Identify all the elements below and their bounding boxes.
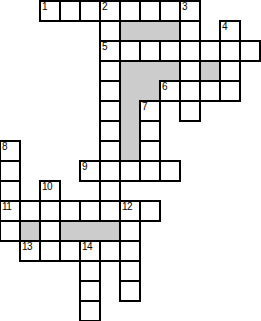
- clue-number-8: 8: [2, 142, 7, 152]
- cell-r3-c11[interactable]: [220, 61, 240, 81]
- clue-number-7: 7: [142, 102, 147, 112]
- shaded-cell-r6-c6[interactable]: [120, 121, 140, 141]
- cell-r0-c5[interactable]: 2: [100, 1, 120, 21]
- shaded-cell-r4-c7[interactable]: [140, 81, 160, 101]
- clue-number-5: 5: [102, 42, 107, 52]
- cell-r12-c1[interactable]: 13: [20, 241, 40, 261]
- cell-r2-c6[interactable]: [120, 41, 140, 61]
- shaded-cell-r3-c7[interactable]: [140, 61, 160, 81]
- cell-r0-c2[interactable]: 1: [40, 1, 60, 21]
- cell-r8-c5[interactable]: [100, 161, 120, 181]
- cell-r8-c0[interactable]: [0, 161, 20, 181]
- cell-r8-c7[interactable]: [140, 161, 160, 181]
- shaded-cell-r11-c1[interactable]: [20, 221, 40, 241]
- shaded-cell-r7-c6[interactable]: [120, 141, 140, 161]
- cell-r12-c4[interactable]: 14: [80, 241, 100, 261]
- cell-r0-c9[interactable]: 3: [180, 1, 200, 21]
- cell-r5-c7[interactable]: 7: [140, 101, 160, 121]
- cell-r2-c9[interactable]: [180, 41, 200, 61]
- clue-number-13: 13: [22, 242, 32, 252]
- cell-r5-c9[interactable]: [180, 101, 200, 121]
- cell-r4-c5[interactable]: [100, 81, 120, 101]
- clue-number-4: 4: [222, 22, 227, 32]
- cell-r12-c2[interactable]: [40, 241, 60, 261]
- shaded-cell-r5-c6[interactable]: [120, 101, 140, 121]
- cell-r0-c6[interactable]: [120, 1, 140, 21]
- clue-number-9: 9: [82, 162, 87, 172]
- cell-r2-c8[interactable]: [160, 41, 180, 61]
- cell-r6-c5[interactable]: [100, 121, 120, 141]
- cell-r11-c2[interactable]: [40, 221, 60, 241]
- cell-r4-c10[interactable]: [200, 81, 220, 101]
- cell-r9-c2[interactable]: 10: [40, 181, 60, 201]
- cell-r1-c5[interactable]: [100, 21, 120, 41]
- cell-r4-c11[interactable]: [220, 81, 240, 101]
- cell-r0-c7[interactable]: [140, 1, 160, 21]
- cell-r10-c0[interactable]: 11: [0, 201, 20, 221]
- cell-r5-c5[interactable]: [100, 101, 120, 121]
- cell-r10-c2[interactable]: [40, 201, 60, 221]
- cell-r0-c4[interactable]: [80, 1, 100, 21]
- cell-r4-c8[interactable]: 6: [160, 81, 180, 101]
- cell-r1-c9[interactable]: [180, 21, 200, 41]
- cell-r2-c12[interactable]: [240, 41, 260, 61]
- cell-r12-c5[interactable]: [100, 241, 120, 261]
- cell-r10-c1[interactable]: [20, 201, 40, 221]
- cell-r1-c11[interactable]: 4: [220, 21, 240, 41]
- clue-number-11: 11: [2, 202, 11, 212]
- shaded-cell-r11-c5[interactable]: [100, 221, 120, 241]
- clue-number-3: 3: [182, 2, 187, 12]
- cell-r2-c7[interactable]: [140, 41, 160, 61]
- shaded-cell-r3-c6[interactable]: [120, 61, 140, 81]
- cell-r13-c4[interactable]: [80, 261, 100, 281]
- clue-number-12: 12: [122, 202, 132, 212]
- cell-r8-c6[interactable]: [120, 161, 140, 181]
- cell-r14-c4[interactable]: [80, 281, 100, 301]
- cell-r4-c9[interactable]: [180, 81, 200, 101]
- cell-r14-c6[interactable]: [120, 281, 140, 301]
- cell-r0-c8[interactable]: [160, 1, 180, 21]
- cell-r11-c6[interactable]: [120, 221, 140, 241]
- clue-number-14: 14: [82, 242, 92, 252]
- cell-r6-c7[interactable]: [140, 121, 160, 141]
- cell-r9-c0[interactable]: [0, 181, 20, 201]
- cell-r10-c5[interactable]: [100, 201, 120, 221]
- cell-r13-c6[interactable]: [120, 261, 140, 281]
- cell-r8-c8[interactable]: [160, 161, 180, 181]
- cell-r10-c3[interactable]: [60, 201, 80, 221]
- cell-r11-c0[interactable]: [0, 221, 20, 241]
- clue-number-6: 6: [162, 82, 167, 92]
- shaded-cell-r4-c6[interactable]: [120, 81, 140, 101]
- cell-r2-c11[interactable]: [220, 41, 240, 61]
- crossword-board: 1234567891011121314: [0, 0, 261, 321]
- cell-r7-c0[interactable]: 8: [0, 141, 20, 161]
- shaded-cell-r11-c4[interactable]: [80, 221, 100, 241]
- cell-r9-c5[interactable]: [100, 181, 120, 201]
- clue-number-1: 1: [42, 2, 47, 12]
- cell-r10-c7[interactable]: [140, 201, 160, 221]
- cell-r3-c5[interactable]: [100, 61, 120, 81]
- cell-r10-c6[interactable]: 12: [120, 201, 140, 221]
- shaded-cell-r1-c6[interactable]: [120, 21, 140, 41]
- cell-r0-c3[interactable]: [60, 1, 80, 21]
- cell-r7-c5[interactable]: [100, 141, 120, 161]
- shaded-cell-r3-c8[interactable]: [160, 61, 180, 81]
- cell-r15-c4[interactable]: [80, 301, 100, 321]
- cell-r10-c4[interactable]: [80, 201, 100, 221]
- cell-r3-c9[interactable]: [180, 61, 200, 81]
- shaded-cell-r1-c7[interactable]: [140, 21, 160, 41]
- cell-r7-c7[interactable]: [140, 141, 160, 161]
- cell-r12-c6[interactable]: [120, 241, 140, 261]
- shaded-cell-r11-c3[interactable]: [60, 221, 80, 241]
- clue-number-2: 2: [102, 2, 107, 12]
- clue-number-10: 10: [42, 182, 52, 192]
- cell-r2-c5[interactable]: 5: [100, 41, 120, 61]
- shaded-cell-r3-c10[interactable]: [200, 61, 220, 81]
- cell-r8-c4[interactable]: 9: [80, 161, 100, 181]
- cell-r12-c3[interactable]: [60, 241, 80, 261]
- shaded-cell-r1-c8[interactable]: [160, 21, 180, 41]
- cell-r2-c10[interactable]: [200, 41, 220, 61]
